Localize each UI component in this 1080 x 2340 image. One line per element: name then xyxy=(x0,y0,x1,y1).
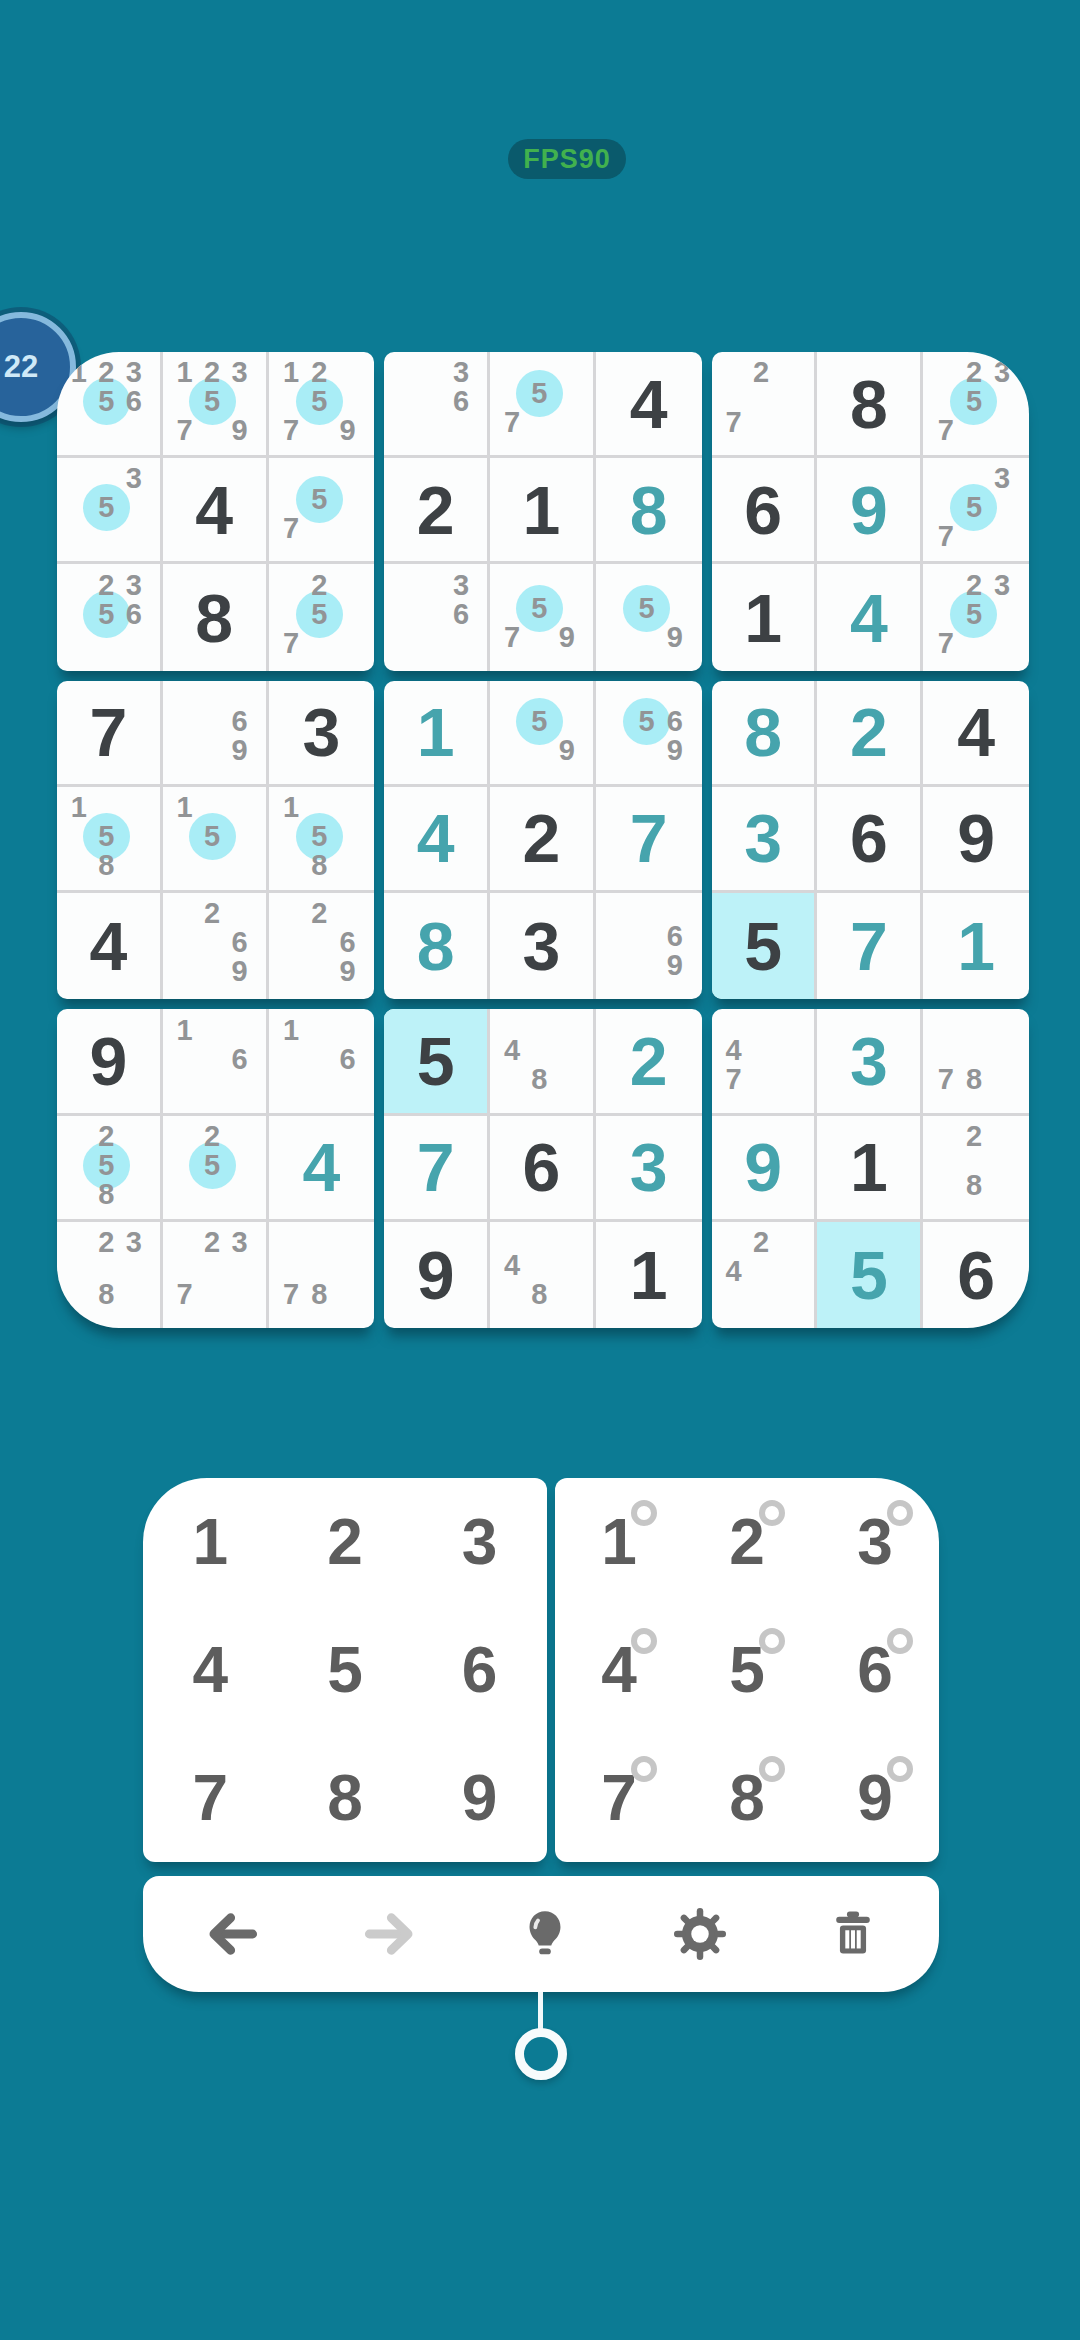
cell-r6c6[interactable]: 69 xyxy=(596,893,702,999)
numpad-digit-9[interactable]: 9 xyxy=(412,1734,547,1862)
note-slot-1 xyxy=(65,464,92,493)
note-slot-6 xyxy=(120,1257,147,1280)
cell-r4c3[interactable]: 3 xyxy=(269,681,375,787)
edge-badge-label: 22 xyxy=(4,349,38,385)
note-slot-1: 1 xyxy=(65,793,92,822)
given-digit: 8 xyxy=(850,370,888,438)
note-slot-8: 8 xyxy=(93,1180,120,1209)
numpad-digit-5[interactable]: 5 xyxy=(278,1606,413,1734)
pad-digit-label: 3 xyxy=(462,1510,498,1574)
note-slot-5: 5 xyxy=(960,493,988,522)
note-digit: 7 xyxy=(726,408,742,437)
note-digit: 9 xyxy=(339,416,355,445)
note-slot-5: 5 xyxy=(960,387,988,416)
note-digit: 2 xyxy=(204,899,220,928)
note-slot-9 xyxy=(120,1180,147,1209)
note-digit: 5 xyxy=(966,600,982,629)
note-slot-3: 3 xyxy=(226,358,253,387)
note-slot-8 xyxy=(747,1286,774,1309)
note-slot-3 xyxy=(226,687,253,707)
note-digit: 2 xyxy=(311,899,327,928)
cell-r2c7[interactable]: 6 xyxy=(712,458,818,564)
note-slot-7 xyxy=(65,1280,92,1309)
note-slot-8: 8 xyxy=(526,1280,553,1309)
note-slot-2: 2 xyxy=(198,1228,225,1257)
cell-r7c5[interactable]: 48 xyxy=(490,1009,596,1115)
given-digit: 9 xyxy=(89,1027,127,1095)
note-slot-6: 6 xyxy=(226,707,253,736)
note-slot-5 xyxy=(633,922,661,951)
cell-r6c8[interactable]: 7 xyxy=(817,893,923,999)
notepad-digit-9[interactable]: 9 xyxy=(811,1734,939,1862)
cell-r5c6[interactable]: 7 xyxy=(596,787,702,893)
cell-r6c2[interactable]: 269 xyxy=(163,893,269,999)
pad-digit-label: 7 xyxy=(601,1766,637,1830)
note-slot-5: 5 xyxy=(305,822,333,851)
note-slot-3 xyxy=(120,793,147,822)
note-slot-3 xyxy=(775,1228,802,1257)
notepad-digit-1[interactable]: 1 xyxy=(555,1478,683,1606)
cell-r9c2[interactable]: 237 xyxy=(163,1222,269,1328)
note-slot-6 xyxy=(333,600,361,629)
pencil-notes: 78 xyxy=(932,1016,1017,1094)
undo-button[interactable] xyxy=(201,1903,263,1965)
box-2: 365742183657959 xyxy=(384,352,701,671)
note-slot-4 xyxy=(932,1040,960,1065)
pencil-notes: 123579 xyxy=(171,358,253,436)
notepad-digit-6[interactable]: 6 xyxy=(811,1606,939,1734)
pencil-notes: 36 xyxy=(393,571,475,652)
cell-r2c8[interactable]: 9 xyxy=(817,458,923,564)
note-digit: 1 xyxy=(71,358,87,387)
hint-button[interactable] xyxy=(516,1905,574,1963)
note-digit: 5 xyxy=(311,600,327,629)
note-slot-6 xyxy=(553,1251,580,1280)
note-slot-9 xyxy=(447,416,474,436)
note-slot-5 xyxy=(93,1257,120,1280)
numpad-digit-4[interactable]: 4 xyxy=(143,1606,278,1734)
note-slot-9 xyxy=(333,851,361,880)
note-slot-5: 5 xyxy=(93,1151,120,1180)
note-slot-5: 5 xyxy=(93,493,120,522)
cell-r9c3[interactable]: 78 xyxy=(269,1222,375,1328)
note-slot-5: 5 xyxy=(526,594,553,623)
note-slot-9 xyxy=(333,1280,361,1309)
pencil-notes: 59 xyxy=(604,571,689,652)
cell-r2c3[interactable]: 57 xyxy=(269,458,375,564)
user-digit: 8 xyxy=(744,698,782,766)
note-slot-7 xyxy=(498,736,525,765)
cell-r8c2[interactable]: 25 xyxy=(163,1116,269,1222)
pencil-notes: 357 xyxy=(932,464,1017,542)
note-slot-8 xyxy=(633,736,661,765)
note-slot-2 xyxy=(747,1016,774,1036)
note-digit: 1 xyxy=(283,1016,299,1045)
note-digit: 4 xyxy=(726,1257,742,1286)
note-slot-5 xyxy=(198,1257,225,1280)
drawer-handle[interactable] xyxy=(515,2028,567,2080)
pencil-notes: 269 xyxy=(171,899,253,980)
note-slot-9 xyxy=(333,1074,361,1094)
cell-r3c3[interactable]: 257 xyxy=(269,564,375,670)
cell-r8c7[interactable]: 9 xyxy=(712,1116,818,1222)
note-digit: 8 xyxy=(531,1065,547,1094)
note-slot-3 xyxy=(553,1016,580,1036)
note-slot-3: 3 xyxy=(988,464,1016,493)
cell-r5c7[interactable]: 3 xyxy=(712,787,818,893)
cell-r7c4[interactable]: 5 xyxy=(384,1009,490,1115)
pencil-notes: 2356 xyxy=(65,571,147,652)
note-slot-2 xyxy=(420,571,447,600)
note-digit: 6 xyxy=(231,707,247,736)
note-slot-5 xyxy=(305,1254,333,1280)
note-slot-9 xyxy=(120,851,147,880)
cell-r1c1[interactable]: 12356 xyxy=(57,352,163,458)
cell-r8c4[interactable]: 7 xyxy=(384,1116,490,1222)
note-digit: 5 xyxy=(204,822,220,851)
note-slot-5: 5 xyxy=(633,594,661,623)
note-digit: 6 xyxy=(453,387,469,416)
user-digit: 4 xyxy=(417,804,455,872)
cell-r8c5[interactable]: 6 xyxy=(490,1116,596,1222)
cell-r3c7[interactable]: 1 xyxy=(712,564,818,670)
note-slot-4 xyxy=(277,1045,305,1074)
pad-digit-label: 5 xyxy=(729,1638,765,1702)
pencil-notes: 24 xyxy=(720,1228,802,1309)
pencil-notes: 12579 xyxy=(277,358,362,436)
note-digit: 5 xyxy=(98,1151,114,1180)
note-slot-4 xyxy=(393,600,420,629)
note-slot-8 xyxy=(305,416,333,445)
note-slot-3 xyxy=(333,1228,361,1254)
cell-r2c9[interactable]: 357 xyxy=(923,458,1029,564)
note-slot-6: 6 xyxy=(333,928,361,957)
note-slot-5: 5 xyxy=(633,707,661,736)
note-slot-4: 4 xyxy=(720,1036,747,1065)
cell-r7c3[interactable]: 16 xyxy=(269,1009,375,1115)
note-slot-3: 3 xyxy=(447,571,474,600)
note-slot-3 xyxy=(333,358,361,387)
note-digit: 7 xyxy=(938,1065,954,1094)
note-slot-7 xyxy=(932,1171,960,1200)
numpad-digit-8[interactable]: 8 xyxy=(278,1734,413,1862)
note-slot-1 xyxy=(65,571,92,600)
note-digit: 6 xyxy=(339,1045,355,1074)
note-slot-5 xyxy=(747,1257,774,1286)
note-slot-5 xyxy=(420,387,447,416)
pencil-notes: 16 xyxy=(277,1016,362,1094)
box-1: 12356123579125793545723568257 xyxy=(57,352,374,671)
cell-r1c4[interactable]: 36 xyxy=(384,352,490,458)
given-digit: 5 xyxy=(744,912,782,980)
given-digit: 1 xyxy=(744,584,782,652)
numpad-digit-7[interactable]: 7 xyxy=(143,1734,278,1862)
note-slot-8: 8 xyxy=(526,1065,553,1094)
note-slot-1 xyxy=(604,571,632,594)
note-slot-3: 3 xyxy=(120,358,147,387)
notepad-digit-2[interactable]: 2 xyxy=(683,1478,811,1606)
note-digit: 2 xyxy=(966,571,982,600)
settings-button[interactable] xyxy=(670,1904,730,1964)
cell-r3c6[interactable]: 59 xyxy=(596,564,702,670)
cell-r3c9[interactable]: 2357 xyxy=(923,564,1029,670)
note-slot-4 xyxy=(277,928,305,957)
note-digit: 7 xyxy=(283,416,299,445)
cell-r4c1[interactable]: 7 xyxy=(57,681,163,787)
note-digit: 9 xyxy=(667,623,683,652)
note-slot-5 xyxy=(305,1045,333,1074)
note-slot-2 xyxy=(526,1016,553,1036)
note-digit: 2 xyxy=(204,1228,220,1257)
user-digit: 3 xyxy=(744,804,782,872)
note-slot-6: 6 xyxy=(447,387,474,416)
delete-button[interactable] xyxy=(825,1906,881,1962)
note-digit: 3 xyxy=(994,571,1010,600)
note-slot-4 xyxy=(171,707,198,736)
cell-r5c8[interactable]: 6 xyxy=(817,787,923,893)
note-slot-8 xyxy=(305,629,333,658)
note-slot-1 xyxy=(498,1228,525,1251)
cell-r3c5[interactable]: 579 xyxy=(490,564,596,670)
note-slot-1 xyxy=(720,1228,747,1257)
cell-r6c5[interactable]: 3 xyxy=(490,893,596,999)
note-slot-7: 7 xyxy=(720,1065,747,1094)
note-slot-5: 5 xyxy=(526,379,553,408)
cell-r5c3[interactable]: 158 xyxy=(269,787,375,893)
cell-r1c6[interactable]: 4 xyxy=(596,352,702,458)
note-slot-3 xyxy=(553,358,580,378)
note-slot-1: 1 xyxy=(277,793,305,822)
cell-r5c4[interactable]: 4 xyxy=(384,787,490,893)
note-slot-7: 7 xyxy=(277,1280,305,1309)
note-slot-3: 3 xyxy=(120,464,147,493)
cell-r7c1[interactable]: 9 xyxy=(57,1009,163,1115)
cell-r9c5[interactable]: 48 xyxy=(490,1222,596,1328)
cell-r2c2[interactable]: 4 xyxy=(163,458,269,564)
note-slot-2: 2 xyxy=(198,899,225,928)
cell-r9c1[interactable]: 238 xyxy=(57,1222,163,1328)
cell-r9c7[interactable]: 24 xyxy=(712,1222,818,1328)
cell-r5c9[interactable]: 9 xyxy=(923,787,1029,893)
note-slot-3 xyxy=(988,1016,1016,1041)
note-slot-8 xyxy=(198,851,225,871)
note-slot-9: 9 xyxy=(226,957,253,986)
note-slot-1 xyxy=(932,571,960,600)
cell-r6c9[interactable]: 1 xyxy=(923,893,1029,999)
note-slot-7 xyxy=(604,736,632,765)
cell-r4c7[interactable]: 8 xyxy=(712,681,818,787)
note-slot-8 xyxy=(526,623,553,652)
note-slot-5 xyxy=(198,707,225,736)
cell-r1c5[interactable]: 57 xyxy=(490,352,596,458)
cell-r9c4[interactable]: 9 xyxy=(384,1222,490,1328)
cell-r6c7[interactable]: 5 xyxy=(712,893,818,999)
cell-r7c6[interactable]: 2 xyxy=(596,1009,702,1115)
pencil-notes: 36 xyxy=(393,358,475,436)
notepad-digit-8[interactable]: 8 xyxy=(683,1734,811,1862)
pencil-notes: 258 xyxy=(65,1122,147,1200)
cell-r8c6[interactable]: 3 xyxy=(596,1116,702,1222)
note-slot-7 xyxy=(65,416,92,436)
note-slot-7 xyxy=(604,951,632,980)
cell-r1c2[interactable]: 123579 xyxy=(163,352,269,458)
cell-r7c8[interactable]: 3 xyxy=(817,1009,923,1115)
cell-r4c4[interactable]: 1 xyxy=(384,681,490,787)
note-digit: 2 xyxy=(98,1122,114,1151)
note-digit: 2 xyxy=(204,358,220,387)
cell-r1c7[interactable]: 27 xyxy=(712,352,818,458)
note-digit: 8 xyxy=(966,1171,982,1200)
note-slot-7: 7 xyxy=(498,623,525,652)
note-slot-7: 7 xyxy=(171,1280,198,1309)
cell-r1c8[interactable]: 8 xyxy=(817,352,923,458)
cell-r7c2[interactable]: 16 xyxy=(163,1009,269,1115)
note-digit: 3 xyxy=(231,358,247,387)
note-slot-6 xyxy=(226,387,253,416)
note-slot-6 xyxy=(553,379,580,408)
note-slot-6: 6 xyxy=(226,928,253,957)
numpad-digit-3[interactable]: 3 xyxy=(412,1478,547,1606)
note-digit: 6 xyxy=(231,928,247,957)
cell-r5c2[interactable]: 15 xyxy=(163,787,269,893)
note-slot-6 xyxy=(333,387,361,416)
user-digit: 3 xyxy=(630,1133,668,1201)
note-ring-icon xyxy=(631,1628,657,1654)
cell-r9c9[interactable]: 6 xyxy=(923,1222,1029,1328)
note-slot-5 xyxy=(960,1040,988,1065)
cell-r4c8[interactable]: 2 xyxy=(817,681,923,787)
numpad-normal: 123456789 xyxy=(143,1478,547,1862)
given-digit: 6 xyxy=(744,476,782,544)
note-slot-9 xyxy=(226,1180,253,1200)
cell-r2c5[interactable]: 1 xyxy=(490,458,596,564)
note-slot-2: 2 xyxy=(305,899,333,928)
note-digit: 3 xyxy=(126,358,142,387)
cell-r1c9[interactable]: 2357 xyxy=(923,352,1029,458)
cell-r3c8[interactable]: 4 xyxy=(817,564,923,670)
note-slot-7: 7 xyxy=(498,408,525,437)
note-slot-3 xyxy=(553,687,580,707)
cell-r4c5[interactable]: 59 xyxy=(490,681,596,787)
cell-r5c5[interactable]: 2 xyxy=(490,787,596,893)
note-slot-1 xyxy=(277,899,305,928)
pencil-notes: 48 xyxy=(498,1016,580,1094)
cell-r1c3[interactable]: 12579 xyxy=(269,352,375,458)
note-slot-5: 5 xyxy=(198,387,225,416)
cell-r4c9[interactable]: 4 xyxy=(923,681,1029,787)
note-slot-7: 7 xyxy=(277,416,305,445)
note-digit: 4 xyxy=(726,1036,742,1065)
note-digit: 5 xyxy=(531,594,547,623)
note-digit: 1 xyxy=(283,358,299,387)
trash-icon xyxy=(825,1906,881,1962)
note-slot-9 xyxy=(988,629,1016,658)
pencil-notes: 238 xyxy=(65,1228,147,1309)
cell-r7c7[interactable]: 47 xyxy=(712,1009,818,1115)
note-slot-7 xyxy=(171,1074,198,1094)
given-digit: 2 xyxy=(417,476,455,544)
note-slot-2 xyxy=(420,358,447,387)
cell-r3c4[interactable]: 36 xyxy=(384,564,490,670)
note-digit: 5 xyxy=(98,387,114,416)
note-ring-icon xyxy=(759,1500,785,1526)
notepad-digit-5[interactable]: 5 xyxy=(683,1606,811,1734)
box-7: 9161625825423823778 xyxy=(57,1009,374,1328)
fps-badge: FPS90 xyxy=(508,139,626,179)
cell-r4c2[interactable]: 69 xyxy=(163,681,269,787)
cell-r3c1[interactable]: 2356 xyxy=(57,564,163,670)
note-slot-6 xyxy=(553,707,580,736)
note-slot-4 xyxy=(171,928,198,957)
note-slot-4: 4 xyxy=(720,1257,747,1286)
cell-r9c6[interactable]: 1 xyxy=(596,1222,702,1328)
user-digit: 2 xyxy=(850,698,888,766)
user-digit: 8 xyxy=(417,912,455,980)
note-slot-8 xyxy=(198,416,225,445)
cell-r2c6[interactable]: 8 xyxy=(596,458,702,564)
notepad-digit-7[interactable]: 7 xyxy=(555,1734,683,1862)
note-slot-1 xyxy=(720,358,747,387)
note-slot-7 xyxy=(65,522,92,542)
cell-r4c6[interactable]: 569 xyxy=(596,681,702,787)
pencil-notes: 48 xyxy=(498,1228,580,1309)
cell-r8c1[interactable]: 258 xyxy=(57,1116,163,1222)
cell-r3c2[interactable]: 8 xyxy=(163,564,269,670)
note-slot-7: 7 xyxy=(932,629,960,658)
note-slot-5: 5 xyxy=(305,600,333,629)
note-ring-icon xyxy=(759,1628,785,1654)
note-slot-7 xyxy=(171,736,198,765)
note-slot-6 xyxy=(226,1151,253,1180)
cell-r5c1[interactable]: 158 xyxy=(57,787,163,893)
note-digit: 7 xyxy=(938,416,954,445)
note-slot-3 xyxy=(988,1122,1016,1151)
notepad-digit-4[interactable]: 4 xyxy=(555,1606,683,1734)
note-slot-9: 9 xyxy=(226,416,253,445)
cell-r6c4[interactable]: 8 xyxy=(384,893,490,999)
note-slot-8 xyxy=(747,408,774,437)
cell-r2c4[interactable]: 2 xyxy=(384,458,490,564)
note-slot-5: 5 xyxy=(93,600,120,629)
pad-digit-label: 1 xyxy=(601,1510,637,1574)
notepad-digit-3[interactable]: 3 xyxy=(811,1478,939,1606)
gear-icon xyxy=(670,1904,730,1964)
cell-r8c3[interactable]: 4 xyxy=(269,1116,375,1222)
note-slot-7: 7 xyxy=(277,629,305,658)
note-slot-7 xyxy=(498,1065,525,1094)
pencil-notes: 237 xyxy=(171,1228,253,1309)
numpad-digit-1[interactable]: 1 xyxy=(143,1478,278,1606)
pad-digit-label: 5 xyxy=(327,1638,363,1702)
note-slot-2: 2 xyxy=(960,1122,988,1151)
cell-r8c9[interactable]: 28 xyxy=(923,1116,1029,1222)
note-slot-7 xyxy=(277,1074,305,1094)
redo-button[interactable] xyxy=(359,1903,421,1965)
cell-r6c1[interactable]: 4 xyxy=(57,893,163,999)
note-digit: 5 xyxy=(966,387,982,416)
cell-r6c3[interactable]: 269 xyxy=(269,893,375,999)
numpad-digit-6[interactable]: 6 xyxy=(412,1606,547,1734)
note-slot-8 xyxy=(526,408,553,437)
cell-r2c1[interactable]: 35 xyxy=(57,458,163,564)
cell-r8c8[interactable]: 1 xyxy=(817,1116,923,1222)
note-digit: 5 xyxy=(204,387,220,416)
pencil-notes: 579 xyxy=(498,571,580,652)
numpad-digit-2[interactable]: 2 xyxy=(278,1478,413,1606)
cell-r7c9[interactable]: 78 xyxy=(923,1009,1029,1115)
cell-r9c8[interactable]: 5 xyxy=(817,1222,923,1328)
pencil-notes: 158 xyxy=(277,793,362,871)
